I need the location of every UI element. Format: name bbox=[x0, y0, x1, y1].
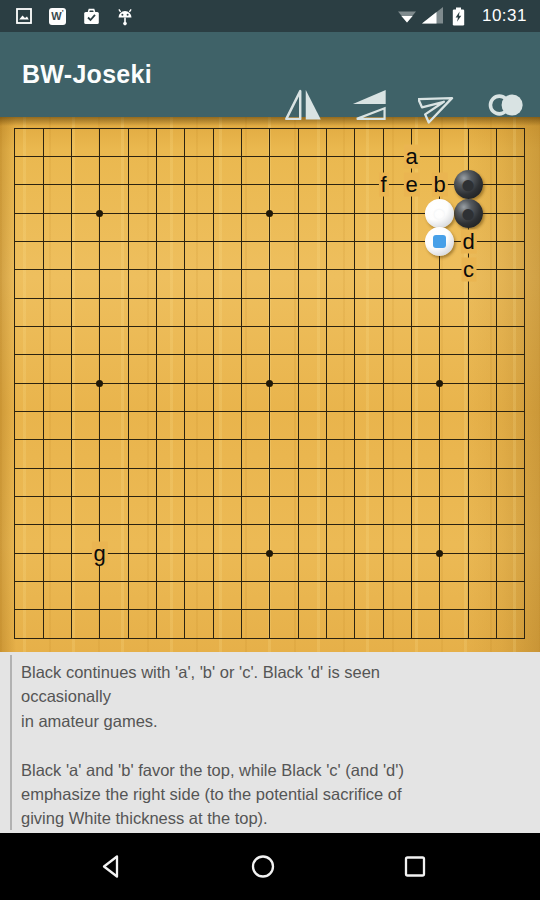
hoshi-point bbox=[96, 210, 103, 217]
go-board[interactable]: ●●○○abcdefg bbox=[0, 117, 540, 652]
android-nav-bar bbox=[0, 833, 540, 900]
hoshi-point bbox=[266, 380, 273, 387]
flip-vertical-icon bbox=[349, 85, 389, 125]
battery-charging-icon bbox=[452, 7, 465, 26]
hoshi-point bbox=[436, 550, 443, 557]
stone-black: ● bbox=[454, 199, 483, 228]
cell-signal-icon bbox=[422, 7, 443, 24]
stone-white: ○ bbox=[425, 199, 454, 228]
status-bar: W' 10:31 bbox=[0, 0, 540, 32]
screenshot-icon bbox=[16, 8, 32, 24]
back-icon bbox=[99, 854, 125, 879]
tasks-done-icon bbox=[83, 8, 100, 25]
hoshi-point bbox=[266, 550, 273, 557]
black-stone-glyph: ● bbox=[460, 199, 476, 228]
home-button[interactable] bbox=[250, 854, 276, 879]
android-droid-icon bbox=[117, 8, 133, 26]
move-label-f[interactable]: f bbox=[378, 172, 388, 196]
move-label-b[interactable]: b bbox=[431, 172, 447, 196]
board-grid bbox=[0, 117, 540, 652]
flip-vertical-button[interactable] bbox=[349, 85, 389, 125]
hoshi-point bbox=[96, 380, 103, 387]
hoshi-point bbox=[266, 210, 273, 217]
last-move-marker bbox=[433, 235, 446, 248]
move-label-e[interactable]: e bbox=[403, 172, 419, 196]
comment-panel[interactable]: Black continues with 'a', 'b' or 'c'. Bl… bbox=[0, 652, 540, 833]
move-label-g[interactable]: g bbox=[91, 541, 107, 565]
stone-white-marked: ○ bbox=[425, 227, 454, 256]
back-button[interactable] bbox=[99, 854, 125, 879]
flip-horizontal-button[interactable] bbox=[283, 85, 323, 125]
white-stone-glyph: ○ bbox=[431, 199, 447, 228]
recents-icon bbox=[402, 854, 428, 879]
flip-horizontal-icon bbox=[283, 85, 323, 125]
stone-black: ● bbox=[454, 170, 483, 199]
wifi-icon bbox=[398, 9, 416, 23]
move-label-a[interactable]: a bbox=[403, 144, 419, 168]
swap-colors-button[interactable] bbox=[486, 85, 526, 125]
move-label-d[interactable]: d bbox=[460, 229, 476, 253]
send-icon bbox=[418, 85, 458, 125]
move-label-c[interactable]: c bbox=[461, 257, 476, 281]
share-button[interactable] bbox=[418, 85, 458, 125]
hoshi-point bbox=[436, 380, 443, 387]
invert-colors-icon bbox=[486, 85, 526, 125]
w-app-icon: W' bbox=[49, 8, 66, 25]
recents-button[interactable] bbox=[402, 854, 428, 879]
home-icon bbox=[250, 854, 276, 879]
black-stone-glyph: ● bbox=[460, 170, 476, 199]
joseki-comment: Black continues with 'a', 'b' or 'c'. Bl… bbox=[21, 660, 521, 831]
app-bar: BW-Joseki bbox=[0, 32, 540, 117]
panel-edge-line bbox=[10, 655, 12, 830]
app-title: BW-Joseki bbox=[22, 32, 152, 117]
clock: 10:31 bbox=[482, 6, 527, 26]
